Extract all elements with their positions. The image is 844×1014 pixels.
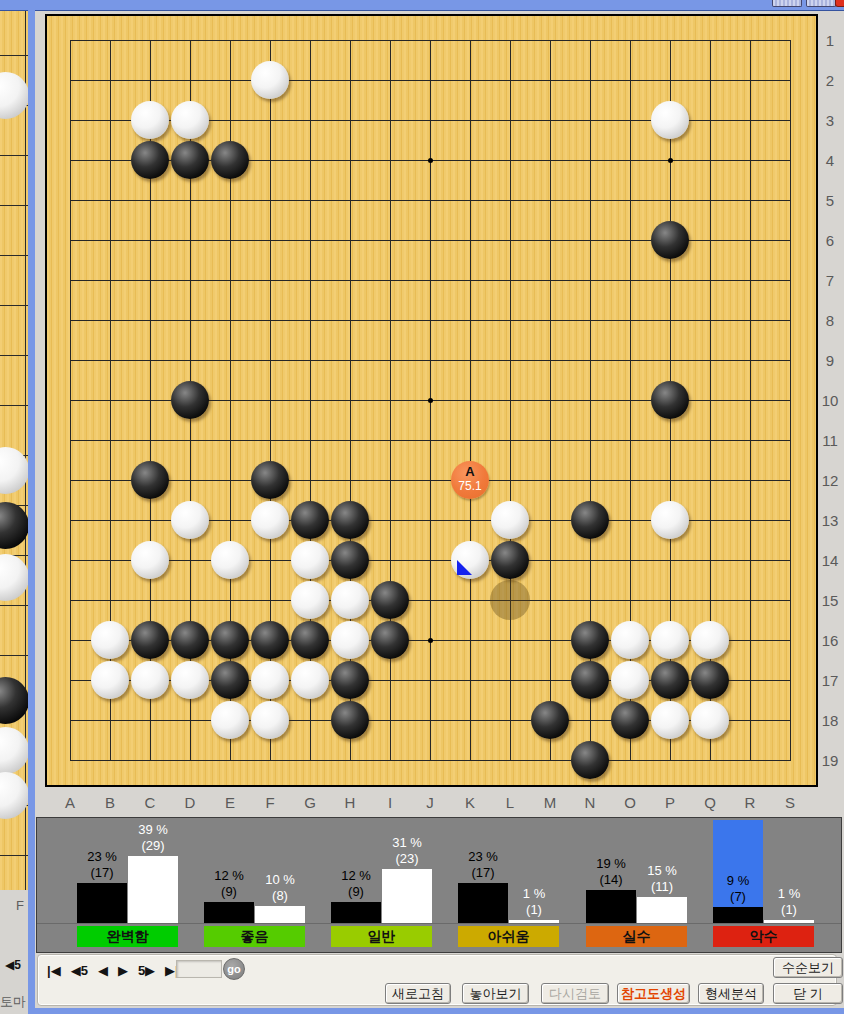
- try-moves-button[interactable]: 놓아보기: [462, 983, 529, 1004]
- chart-black-bar: [713, 907, 763, 923]
- ghost-stone: [490, 580, 530, 620]
- row-label: 4: [818, 152, 842, 168]
- background-white-stone: [0, 772, 28, 819]
- white-stone: [251, 501, 289, 539]
- white-stone: [291, 581, 329, 619]
- row-label: 11: [818, 432, 842, 448]
- chart-black-value: 9 %(7): [713, 873, 763, 905]
- background-grid-line: [0, 255, 28, 256]
- black-stone: [131, 461, 169, 499]
- window-bottom-border: [28, 1008, 844, 1014]
- background-grid-line: [0, 405, 28, 406]
- grid-line-vertical: [550, 40, 551, 761]
- grid-line-vertical: [470, 40, 471, 761]
- white-stone: [131, 661, 169, 699]
- background-grid-line: [0, 155, 28, 156]
- background-board-window: [0, 10, 28, 890]
- chart-white-bar: [509, 920, 559, 923]
- background-black-stone: [0, 502, 28, 549]
- chart-category-label: 좋음: [204, 926, 305, 947]
- black-stone: [251, 621, 289, 659]
- chart-black-value: 23 %(17): [77, 849, 127, 881]
- white-stone: [171, 101, 209, 139]
- candidate-move-label: A: [451, 464, 489, 479]
- row-label: 17: [818, 672, 842, 688]
- column-label: S: [780, 794, 800, 810]
- chart-white-bar: [128, 856, 178, 923]
- black-stone: [131, 141, 169, 179]
- black-stone: [691, 661, 729, 699]
- grid-line-horizontal: [70, 440, 791, 441]
- view-moves-button[interactable]: 수순보기: [773, 957, 843, 978]
- nav-forward5-button[interactable]: 5▶: [138, 963, 155, 978]
- column-label: G: [300, 794, 320, 810]
- nav-forward-button[interactable]: ▶: [118, 963, 128, 978]
- control-panel: |◀ ◀5 ◀ ▶ 5▶ ▶| go 수순보기 새로고침 놓아보기 다시검토 참…: [37, 954, 837, 1006]
- column-label: H: [340, 794, 360, 810]
- column-label: E: [220, 794, 240, 810]
- black-stone: [171, 621, 209, 659]
- black-stone: [331, 501, 369, 539]
- white-stone: [491, 501, 529, 539]
- column-label: C: [140, 794, 160, 810]
- chart-white-value: 10 %(8): [255, 872, 305, 904]
- grid-line-vertical: [750, 40, 751, 761]
- black-stone: [571, 621, 609, 659]
- background-text-fragment: 토마: [0, 993, 26, 1011]
- star-point: [428, 158, 433, 163]
- close-button[interactable]: 닫 기: [773, 983, 843, 1004]
- black-stone: [331, 541, 369, 579]
- make-reference-button[interactable]: 참고도생성: [617, 983, 690, 1004]
- close-window-button[interactable]: [835, 0, 844, 7]
- go-board[interactable]: A75.1: [45, 14, 818, 787]
- column-label: J: [420, 794, 440, 810]
- move-number-input[interactable]: [176, 960, 222, 978]
- chart-black-value: 23 %(17): [458, 849, 508, 881]
- row-label: 8: [818, 312, 842, 328]
- white-stone: [211, 541, 249, 579]
- chart-white-value: 1 %(1): [764, 886, 814, 918]
- white-stone: [91, 621, 129, 659]
- row-label: 5: [818, 192, 842, 208]
- black-stone: [491, 541, 529, 579]
- chart-black-bar: [204, 902, 254, 923]
- chart-white-value: 31 %(23): [382, 835, 432, 867]
- black-stone: [211, 621, 249, 659]
- chart-white-value: 39 %(29): [128, 822, 178, 854]
- star-point: [428, 398, 433, 403]
- white-stone: [171, 501, 209, 539]
- chart-black-value: 12 %(9): [204, 868, 254, 900]
- row-label: 12: [818, 472, 842, 488]
- white-stone: [611, 661, 649, 699]
- background-white-stone: [0, 554, 28, 601]
- nav-first-button[interactable]: |◀: [47, 963, 61, 978]
- white-stone: [211, 701, 249, 739]
- background-nav-fragment: ◀5: [5, 958, 21, 972]
- chart-black-bar: [77, 883, 127, 923]
- chart-category-label: 실수: [586, 926, 687, 947]
- white-stone: [251, 661, 289, 699]
- background-window-bottom: F ◀5 토마: [0, 890, 28, 1014]
- black-stone: [571, 501, 609, 539]
- row-label: 9: [818, 352, 842, 368]
- black-stone: [131, 621, 169, 659]
- analyze-position-button[interactable]: 형세분석: [698, 983, 764, 1004]
- chart-category-label: 악수: [713, 926, 814, 947]
- black-stone: [571, 741, 609, 779]
- white-stone: [651, 101, 689, 139]
- white-stone: [651, 621, 689, 659]
- white-stone: [171, 661, 209, 699]
- white-stone: [651, 501, 689, 539]
- move-navigation: |◀ ◀5 ◀ ▶ 5▶ ▶|: [47, 963, 179, 978]
- black-stone: [291, 621, 329, 659]
- black-stone: [651, 221, 689, 259]
- app-window: F ◀5 토마 A75.1 ABCDEFGHIJKLMNOPQRS1234567…: [0, 0, 844, 1014]
- star-point: [668, 158, 673, 163]
- refresh-button[interactable]: 새로고침: [385, 983, 451, 1004]
- column-label: A: [60, 794, 80, 810]
- move-quality-chart: 23 %(17)39 %(29)완벽함12 %(9)10 %(8)좋음12 %(…: [36, 817, 842, 953]
- row-label: 14: [818, 552, 842, 568]
- background-grid-line: [0, 855, 28, 856]
- chart-black-bar: [331, 902, 381, 923]
- grid-line-horizontal: [70, 480, 791, 481]
- black-stone: [211, 141, 249, 179]
- black-stone: [171, 141, 209, 179]
- column-label: R: [740, 794, 760, 810]
- row-label: 3: [818, 112, 842, 128]
- chart-baseline: [37, 923, 841, 924]
- chart-white-bar: [255, 906, 305, 923]
- black-stone: [571, 661, 609, 699]
- column-label: O: [620, 794, 640, 810]
- white-stone: [291, 661, 329, 699]
- review-again-button: 다시검토: [541, 983, 609, 1004]
- column-label: N: [580, 794, 600, 810]
- go-button[interactable]: go: [223, 958, 245, 980]
- white-stone: [611, 621, 649, 659]
- background-grid-line: [0, 205, 28, 206]
- row-label: 19: [818, 752, 842, 768]
- background-grid-line: [0, 355, 28, 356]
- nav-back5-button[interactable]: ◀5: [71, 963, 88, 978]
- black-stone: [331, 661, 369, 699]
- window-left-border: [28, 10, 35, 1014]
- chart-white-bar: [764, 920, 814, 923]
- row-label: 16: [818, 632, 842, 648]
- black-stone: [211, 661, 249, 699]
- row-label: 13: [818, 512, 842, 528]
- chart-white-value: 1 %(1): [509, 886, 559, 918]
- row-label: 6: [818, 232, 842, 248]
- white-stone: [251, 61, 289, 99]
- chart-black-bar: [458, 883, 508, 923]
- row-label: 1: [818, 32, 842, 48]
- candidate-move-winrate: 75.1: [451, 479, 489, 493]
- row-label: 15: [818, 592, 842, 608]
- minimize-button[interactable]: [772, 0, 802, 7]
- row-label: 10: [818, 392, 842, 408]
- row-label: 2: [818, 72, 842, 88]
- chart-white-value: 15 %(11): [637, 863, 687, 895]
- grid-line-vertical: [790, 40, 791, 761]
- chart-category-label: 아쉬움: [458, 926, 559, 947]
- black-stone: [251, 461, 289, 499]
- background-coord-label: F: [16, 898, 24, 913]
- candidate-move-marker[interactable]: A75.1: [451, 461, 489, 499]
- chart-white-bar: [637, 897, 687, 923]
- grid-line-vertical: [510, 40, 511, 761]
- chart-category-label: 일반: [331, 926, 432, 947]
- black-stone: [371, 581, 409, 619]
- chart-black-bar: [586, 890, 636, 923]
- black-stone: [171, 381, 209, 419]
- chart-white-bar: [382, 869, 432, 923]
- black-stone: [291, 501, 329, 539]
- chart-black-value: 19 %(14): [586, 856, 636, 888]
- column-label: D: [180, 794, 200, 810]
- black-stone: [651, 381, 689, 419]
- last-move-triangle-icon: [457, 560, 472, 575]
- chart-category-label: 완벽함: [77, 926, 178, 947]
- white-stone: [691, 621, 729, 659]
- background-grid-line: [0, 55, 28, 56]
- white-stone: [131, 101, 169, 139]
- white-stone: [251, 701, 289, 739]
- white-stone: [331, 621, 369, 659]
- column-label: L: [500, 794, 520, 810]
- background-grid-line: [0, 305, 28, 306]
- white-stone: [331, 581, 369, 619]
- black-stone: [651, 661, 689, 699]
- black-stone: [611, 701, 649, 739]
- maximize-button[interactable]: [806, 0, 836, 7]
- black-stone: [531, 701, 569, 739]
- nav-back-button[interactable]: ◀: [98, 963, 108, 978]
- background-grid-line: [0, 655, 28, 656]
- column-label: P: [660, 794, 680, 810]
- black-stone: [371, 621, 409, 659]
- row-label: 18: [818, 712, 842, 728]
- white-stone: [291, 541, 329, 579]
- column-label: M: [540, 794, 560, 810]
- column-label: B: [100, 794, 120, 810]
- white-stone: [131, 541, 169, 579]
- black-stone: [331, 701, 369, 739]
- row-label: 7: [818, 272, 842, 288]
- white-stone: [651, 701, 689, 739]
- column-label: K: [460, 794, 480, 810]
- chart-black-value: 12 %(9): [331, 868, 381, 900]
- white-stone: [691, 701, 729, 739]
- background-white-stone: [0, 727, 28, 774]
- background-black-stone: [0, 677, 28, 724]
- title-bar[interactable]: [0, 0, 844, 11]
- column-label: F: [260, 794, 280, 810]
- background-white-stone: [0, 72, 28, 119]
- star-point: [428, 638, 433, 643]
- white-stone: [91, 661, 129, 699]
- grid-line-horizontal: [70, 600, 791, 601]
- grid-line-horizontal: [70, 760, 791, 761]
- grid-line-horizontal: [70, 560, 791, 561]
- white-stone: [451, 541, 489, 579]
- background-grid-line: [0, 605, 28, 606]
- column-label: I: [380, 794, 400, 810]
- column-label: Q: [700, 794, 720, 810]
